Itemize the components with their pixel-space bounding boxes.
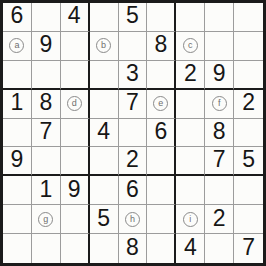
cell-r1c4[interactable]: [90, 3, 119, 32]
cell-r3c8[interactable]: 9: [205, 61, 234, 90]
cell-r9c8[interactable]: [205, 234, 234, 263]
given-digit: 1: [39, 178, 52, 201]
cell-r4c5[interactable]: 7: [119, 90, 148, 119]
circled-letter-f: f: [212, 96, 227, 111]
cell-r4c1[interactable]: 1: [3, 90, 32, 119]
cell-r7c1[interactable]: [3, 176, 32, 205]
cell-r2c9[interactable]: [234, 32, 263, 61]
cell-r6c3[interactable]: [61, 147, 90, 176]
cell-r7c9[interactable]: [234, 176, 263, 205]
cell-r2c4[interactable]: b: [90, 32, 119, 61]
given-digit: 7: [126, 91, 139, 114]
cell-r1c7[interactable]: [176, 3, 205, 32]
cell-r8c9[interactable]: [234, 205, 263, 234]
cell-r8c1[interactable]: [3, 205, 32, 234]
given-digit: 2: [184, 62, 197, 85]
cell-r3c3[interactable]: [61, 61, 90, 90]
given-digit: 9: [213, 62, 226, 85]
cell-r5c4[interactable]: 4: [90, 119, 119, 148]
cell-r6c5[interactable]: 2: [119, 147, 148, 176]
sudoku-board: 645a9b8c32918d7ef274689275196g5hi2847: [0, 0, 266, 266]
cell-r4c6[interactable]: e: [147, 90, 176, 119]
cell-r6c1[interactable]: 9: [3, 147, 32, 176]
cell-r5c9[interactable]: [234, 119, 263, 148]
cell-r8c2[interactable]: g: [32, 205, 61, 234]
circled-letter-d: d: [67, 96, 82, 111]
cell-r1c5[interactable]: 5: [119, 3, 148, 32]
cell-r6c4[interactable]: [90, 147, 119, 176]
given-digit: 7: [39, 120, 52, 143]
cell-r8c8[interactable]: 2: [205, 205, 234, 234]
cell-r3c9[interactable]: [234, 61, 263, 90]
cell-r7c8[interactable]: [205, 176, 234, 205]
given-digit: 8: [154, 33, 167, 56]
circled-letter-i: i: [183, 212, 198, 227]
cell-r9c2[interactable]: [32, 234, 61, 263]
cell-r9c7[interactable]: 4: [176, 234, 205, 263]
cell-r2c8[interactable]: [205, 32, 234, 61]
cell-r4c4[interactable]: [90, 90, 119, 119]
cell-r9c5[interactable]: 8: [119, 234, 148, 263]
given-digit: 4: [97, 120, 110, 143]
cell-r3c7[interactable]: 2: [176, 61, 205, 90]
cell-r6c8[interactable]: 7: [205, 147, 234, 176]
cell-r6c9[interactable]: 5: [234, 147, 263, 176]
cell-r5c1[interactable]: [3, 119, 32, 148]
cell-r5c5[interactable]: [119, 119, 148, 148]
cell-r6c6[interactable]: [147, 147, 176, 176]
cell-r7c2[interactable]: 1: [32, 176, 61, 205]
cell-r4c7[interactable]: [176, 90, 205, 119]
cell-r8c6[interactable]: [147, 205, 176, 234]
given-digit: 3: [126, 62, 139, 85]
given-digit: 6: [11, 4, 24, 27]
cell-r2c3[interactable]: [61, 32, 90, 61]
given-digit: 2: [242, 91, 255, 114]
cell-r1c1[interactable]: 6: [3, 3, 32, 32]
given-digit: 1: [11, 91, 24, 114]
cell-r9c3[interactable]: [61, 234, 90, 263]
cell-r6c2[interactable]: [32, 147, 61, 176]
cell-r5c7[interactable]: [176, 119, 205, 148]
cell-r2c2[interactable]: 9: [32, 32, 61, 61]
cell-r3c1[interactable]: [3, 61, 32, 90]
cell-r3c5[interactable]: 3: [119, 61, 148, 90]
given-digit: 4: [184, 236, 197, 259]
cell-r5c6[interactable]: 6: [147, 119, 176, 148]
cell-r2c1[interactable]: a: [3, 32, 32, 61]
given-digit: 5: [242, 148, 255, 171]
given-digit: 8: [39, 91, 52, 114]
cell-r7c4[interactable]: [90, 176, 119, 205]
cell-r8c4[interactable]: 5: [90, 205, 119, 234]
given-digit: 5: [126, 4, 139, 27]
cell-r4c9[interactable]: 2: [234, 90, 263, 119]
given-digit: 6: [154, 120, 167, 143]
given-digit: 2: [126, 148, 139, 171]
circled-letter-g: g: [38, 212, 53, 227]
cell-r7c6[interactable]: [147, 176, 176, 205]
cell-r1c3[interactable]: 4: [61, 3, 90, 32]
cell-r1c2[interactable]: [32, 3, 61, 32]
cell-r3c6[interactable]: [147, 61, 176, 90]
cell-r8c5[interactable]: h: [119, 205, 148, 234]
cell-r9c9[interactable]: 7: [234, 234, 263, 263]
given-digit: 8: [213, 120, 226, 143]
cell-r4c2[interactable]: 8: [32, 90, 61, 119]
circled-letter-b: b: [96, 38, 111, 53]
circled-letter-a: a: [9, 38, 24, 53]
cell-r9c6[interactable]: [147, 234, 176, 263]
cell-r5c3[interactable]: [61, 119, 90, 148]
given-digit: 9: [11, 148, 24, 171]
cell-r5c2[interactable]: 7: [32, 119, 61, 148]
cell-r8c7[interactable]: i: [176, 205, 205, 234]
cell-r3c4[interactable]: [90, 61, 119, 90]
cell-r9c1[interactable]: [3, 234, 32, 263]
cell-r8c3[interactable]: [61, 205, 90, 234]
given-digit: 7: [242, 236, 255, 259]
cell-r7c5[interactable]: 6: [119, 176, 148, 205]
cell-r4c3[interactable]: d: [61, 90, 90, 119]
cell-r7c3[interactable]: 9: [61, 176, 90, 205]
cell-r2c7[interactable]: c: [176, 32, 205, 61]
circled-letter-c: c: [183, 38, 198, 53]
given-digit: 9: [68, 178, 81, 201]
cell-r3c2[interactable]: [32, 61, 61, 90]
cell-r2c5[interactable]: [119, 32, 148, 61]
circled-letter-e: e: [153, 96, 168, 111]
cell-r9c4[interactable]: [90, 234, 119, 263]
given-digit: 6: [126, 178, 139, 201]
cell-r4c8[interactable]: f: [205, 90, 234, 119]
circled-letter-h: h: [125, 212, 140, 227]
cell-r1c6[interactable]: [147, 3, 176, 32]
cell-r1c8[interactable]: [205, 3, 234, 32]
given-digit: 4: [68, 4, 81, 27]
given-digit: 8: [126, 236, 139, 259]
cell-r2c6[interactable]: 8: [147, 32, 176, 61]
given-digit: 2: [213, 207, 226, 230]
cell-r6c7[interactable]: [176, 147, 205, 176]
given-digit: 9: [39, 33, 52, 56]
cell-r1c9[interactable]: [234, 3, 263, 32]
given-digit: 7: [213, 148, 226, 171]
given-digit: 5: [97, 207, 110, 230]
cell-r7c7[interactable]: [176, 176, 205, 205]
cell-r5c8[interactable]: 8: [205, 119, 234, 148]
